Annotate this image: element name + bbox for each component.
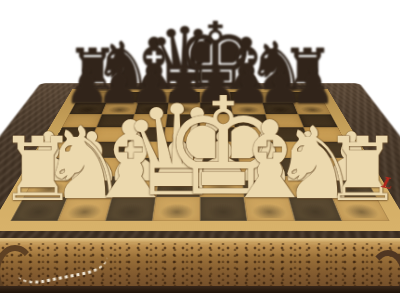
white-rook-piece: ♜ bbox=[323, 126, 400, 214]
square-h1: ♜ bbox=[332, 197, 389, 221]
front-top-rim bbox=[0, 238, 400, 243]
chess-board: ♜♞♝♛♚♝♞♜♟♟♟♟♟♟♟♟♟♟♟♟♟♟♟♟♜♞♝♛♚♝♞♜ bbox=[0, 83, 400, 240]
checkerboard-grid: ♜♞♝♛♚♝♞♜♟♟♟♟♟♟♟♟♟♟♟♟♟♟♟♟♜♞♝♛♚♝♞♜ bbox=[10, 92, 389, 221]
board-base-edge bbox=[0, 286, 400, 293]
product-photo-scene: ♜♞♝♛♚♝♞♜♟♟♟♟♟♟♟♟♟♟♟♟♟♟♟♟♜♞♝♛♚♝♞♜ L bbox=[0, 0, 400, 293]
